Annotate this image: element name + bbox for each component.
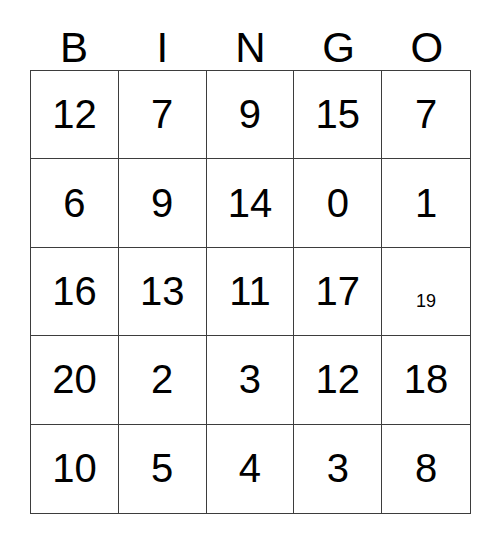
bingo-grid: 12 7 9 15 7 6 9 14 0 1 16 13 11 17 19 20… — [30, 70, 471, 514]
cell-r3c3[interactable]: 11 — [207, 248, 295, 336]
cell-r5c4[interactable]: 3 — [294, 425, 382, 513]
cell-r4c3[interactable]: 3 — [207, 336, 295, 424]
header-letter-o: O — [383, 0, 471, 70]
bingo-header: B I N G O — [30, 0, 471, 70]
header-letter-n: N — [206, 0, 294, 70]
cell-r4c2[interactable]: 2 — [119, 336, 207, 424]
cell-r2c2[interactable]: 9 — [119, 159, 207, 247]
cell-r1c4[interactable]: 15 — [294, 71, 382, 159]
cell-r1c1[interactable]: 12 — [31, 71, 119, 159]
cell-r3c2[interactable]: 13 — [119, 248, 207, 336]
cell-r1c5[interactable]: 7 — [382, 71, 470, 159]
cell-r4c4[interactable]: 12 — [294, 336, 382, 424]
cell-r5c5[interactable]: 8 — [382, 425, 470, 513]
cell-r1c3[interactable]: 9 — [207, 71, 295, 159]
cell-r3c4[interactable]: 17 — [294, 248, 382, 336]
cell-r5c1[interactable]: 10 — [31, 425, 119, 513]
cell-r3c1[interactable]: 16 — [31, 248, 119, 336]
header-letter-b: B — [30, 0, 118, 70]
cell-r2c1[interactable]: 6 — [31, 159, 119, 247]
cell-r5c2[interactable]: 5 — [119, 425, 207, 513]
cell-r4c5[interactable]: 18 — [382, 336, 470, 424]
cell-r4c1[interactable]: 20 — [31, 336, 119, 424]
cell-r5c3[interactable]: 4 — [207, 425, 295, 513]
cell-r2c3[interactable]: 14 — [207, 159, 295, 247]
cell-r2c5[interactable]: 1 — [382, 159, 470, 247]
cell-r3c5[interactable]: 19 — [382, 248, 470, 336]
cell-r2c4[interactable]: 0 — [294, 159, 382, 247]
bingo-card: B I N G O 12 7 9 15 7 6 9 14 0 1 16 13 1… — [0, 0, 500, 544]
header-letter-g: G — [295, 0, 383, 70]
cell-r1c2[interactable]: 7 — [119, 71, 207, 159]
header-letter-i: I — [118, 0, 206, 70]
